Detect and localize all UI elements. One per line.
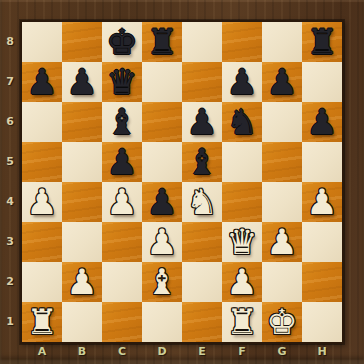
file-label-h: H	[302, 343, 342, 361]
square-a2[interactable]	[22, 262, 62, 302]
square-b7[interactable]: ♟	[62, 62, 102, 102]
white-pawn-icon: ♟	[66, 265, 97, 300]
square-e7[interactable]	[182, 62, 222, 102]
file-label-c: C	[102, 343, 142, 361]
square-e8[interactable]	[182, 22, 222, 62]
white-rook-icon: ♜	[26, 305, 57, 340]
black-pawn-icon: ♟	[266, 65, 297, 100]
black-rook-icon: ♜	[306, 25, 337, 60]
square-d4[interactable]: ♟	[142, 182, 182, 222]
black-bishop-icon: ♝	[186, 145, 217, 180]
square-b5[interactable]	[62, 142, 102, 182]
square-h3[interactable]	[302, 222, 342, 262]
white-pawn-icon: ♟	[266, 225, 297, 260]
square-d1[interactable]	[142, 302, 182, 342]
rank-label-4: 4	[0, 182, 20, 222]
square-h8[interactable]: ♜	[302, 22, 342, 62]
white-queen-icon: ♛	[226, 225, 257, 260]
white-rook-icon: ♜	[226, 305, 257, 340]
rank-label-2: 2	[0, 262, 20, 302]
square-f4[interactable]	[222, 182, 262, 222]
white-knight-icon: ♞	[186, 185, 217, 220]
square-g3[interactable]: ♟	[262, 222, 302, 262]
file-label-e: E	[182, 343, 222, 361]
square-c4[interactable]: ♟	[102, 182, 142, 222]
square-c5[interactable]: ♟	[102, 142, 142, 182]
square-c2[interactable]	[102, 262, 142, 302]
square-h2[interactable]	[302, 262, 342, 302]
rank-label-5: 5	[0, 142, 20, 182]
square-e3[interactable]	[182, 222, 222, 262]
square-f5[interactable]	[222, 142, 262, 182]
square-f1[interactable]: ♜	[222, 302, 262, 342]
file-label-d: D	[142, 343, 182, 361]
black-bishop-icon: ♝	[106, 105, 137, 140]
square-b2[interactable]: ♟	[62, 262, 102, 302]
square-d8[interactable]: ♜	[142, 22, 182, 62]
black-pawn-icon: ♟	[66, 65, 97, 100]
square-a6[interactable]	[22, 102, 62, 142]
square-b4[interactable]	[62, 182, 102, 222]
white-king-icon: ♚	[266, 305, 297, 340]
rank-label-1: 1	[0, 302, 20, 342]
square-a7[interactable]: ♟	[22, 62, 62, 102]
square-g2[interactable]	[262, 262, 302, 302]
square-d7[interactable]	[142, 62, 182, 102]
black-queen-icon: ♛	[106, 65, 137, 100]
rank-label-7: 7	[0, 62, 20, 102]
square-d2[interactable]: ♝	[142, 262, 182, 302]
file-label-f: F	[222, 343, 262, 361]
square-f6[interactable]: ♞	[222, 102, 262, 142]
square-g8[interactable]	[262, 22, 302, 62]
white-pawn-icon: ♟	[226, 265, 257, 300]
square-e4[interactable]: ♞	[182, 182, 222, 222]
black-knight-icon: ♞	[226, 105, 257, 140]
black-pawn-icon: ♟	[226, 65, 257, 100]
square-h1[interactable]	[302, 302, 342, 342]
square-a3[interactable]	[22, 222, 62, 262]
file-labels: ABCDEFGH	[22, 343, 342, 361]
white-pawn-icon: ♟	[306, 185, 337, 220]
square-c7[interactable]: ♛	[102, 62, 142, 102]
square-f8[interactable]	[222, 22, 262, 62]
square-g1[interactable]: ♚	[262, 302, 302, 342]
square-g4[interactable]	[262, 182, 302, 222]
rank-label-6: 6	[0, 102, 20, 142]
rank-labels: 87654321	[0, 22, 20, 342]
square-c3[interactable]	[102, 222, 142, 262]
square-h5[interactable]	[302, 142, 342, 182]
black-pawn-icon: ♟	[106, 145, 137, 180]
black-king-icon: ♚	[106, 25, 137, 60]
white-bishop-icon: ♝	[146, 265, 177, 300]
square-h6[interactable]: ♟	[302, 102, 342, 142]
square-f7[interactable]: ♟	[222, 62, 262, 102]
square-e6[interactable]: ♟	[182, 102, 222, 142]
file-label-g: G	[262, 343, 302, 361]
square-g7[interactable]: ♟	[262, 62, 302, 102]
black-rook-icon: ♜	[146, 25, 177, 60]
square-c8[interactable]: ♚	[102, 22, 142, 62]
square-h4[interactable]: ♟	[302, 182, 342, 222]
square-f2[interactable]: ♟	[222, 262, 262, 302]
square-e1[interactable]	[182, 302, 222, 342]
square-b1[interactable]	[62, 302, 102, 342]
black-pawn-icon: ♟	[306, 105, 337, 140]
square-d3[interactable]: ♟	[142, 222, 182, 262]
square-f3[interactable]: ♛	[222, 222, 262, 262]
white-pawn-icon: ♟	[146, 225, 177, 260]
file-label-a: A	[22, 343, 62, 361]
white-pawn-icon: ♟	[106, 185, 137, 220]
white-pawn-icon: ♟	[26, 185, 57, 220]
file-label-b: B	[62, 343, 102, 361]
square-c6[interactable]: ♝	[102, 102, 142, 142]
square-h7[interactable]	[302, 62, 342, 102]
square-a8[interactable]	[22, 22, 62, 62]
black-pawn-icon: ♟	[186, 105, 217, 140]
black-pawn-icon: ♟	[146, 185, 177, 220]
rank-label-3: 3	[0, 222, 20, 262]
chessboard-frame: 87654321 ♚♜♜♟♟♛♟♟♝♟♞♟♟♝♟♟♟♞♟♟♛♟♟♝♟♜♜♚ AB…	[0, 0, 364, 364]
square-g6[interactable]	[262, 102, 302, 142]
chess-board[interactable]: ♚♜♜♟♟♛♟♟♝♟♞♟♟♝♟♟♟♞♟♟♛♟♟♝♟♜♜♚	[20, 20, 344, 344]
square-d5[interactable]	[142, 142, 182, 182]
square-d6[interactable]	[142, 102, 182, 142]
square-g5[interactable]	[262, 142, 302, 182]
black-pawn-icon: ♟	[26, 65, 57, 100]
square-a1[interactable]: ♜	[22, 302, 62, 342]
rank-label-8: 8	[0, 22, 20, 62]
square-e5[interactable]: ♝	[182, 142, 222, 182]
square-a4[interactable]: ♟	[22, 182, 62, 222]
square-a5[interactable]	[22, 142, 62, 182]
square-b8[interactable]	[62, 22, 102, 62]
square-e2[interactable]	[182, 262, 222, 302]
square-b6[interactable]	[62, 102, 102, 142]
square-c1[interactable]	[102, 302, 142, 342]
square-b3[interactable]	[62, 222, 102, 262]
